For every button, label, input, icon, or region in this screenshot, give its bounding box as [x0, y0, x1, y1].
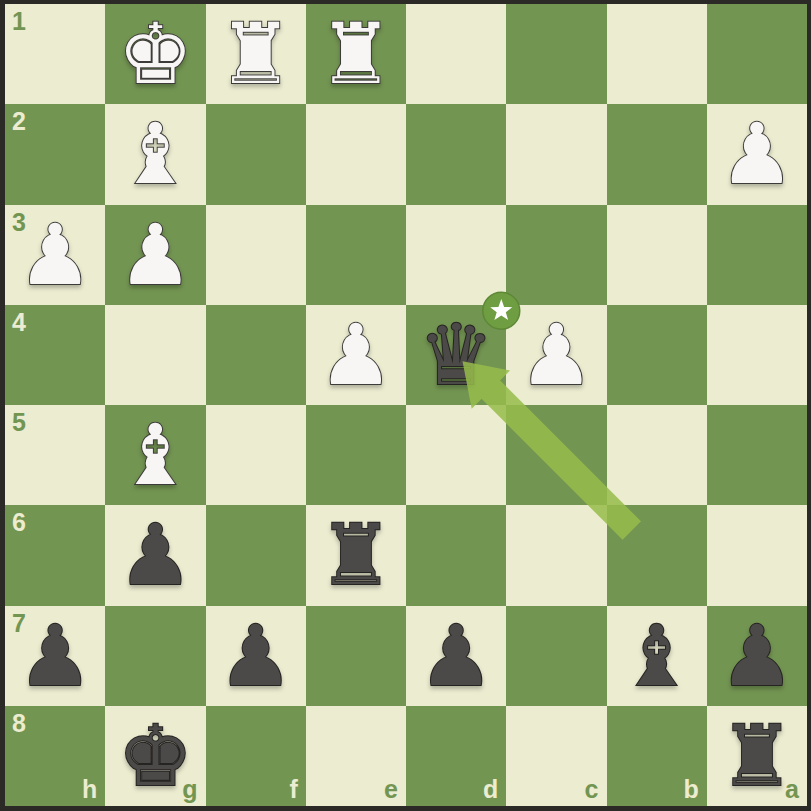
white-king[interactable]: ♚ [118, 12, 193, 96]
chess-board[interactable]: 1♚♜♜2♝♟3♟♟4♟♛♟5♝6♟♜7♟♟♟♝♟8hg♚fedcba♜ [5, 4, 807, 806]
square-g3[interactable]: ♟ [105, 205, 205, 305]
square-c1[interactable] [506, 4, 606, 104]
white-rook[interactable]: ♜ [218, 12, 293, 96]
white-bishop[interactable]: ♝ [118, 112, 193, 196]
square-g2[interactable]: ♝ [105, 104, 205, 204]
file-label-b: b [683, 777, 698, 802]
black-pawn[interactable]: ♟ [218, 614, 293, 698]
black-bishop[interactable]: ♝ [619, 614, 694, 698]
square-d3[interactable] [406, 205, 506, 305]
square-f3[interactable] [206, 205, 306, 305]
square-a5[interactable] [707, 405, 807, 505]
square-a2[interactable]: ♟ [707, 104, 807, 204]
square-e4[interactable]: ♟ [306, 305, 406, 405]
black-pawn[interactable]: ♟ [118, 513, 193, 597]
rank-label-3: 3 [12, 210, 26, 235]
file-label-c: c [585, 777, 599, 802]
square-g1[interactable]: ♚ [105, 4, 205, 104]
rank-label-7: 7 [12, 611, 26, 636]
square-d4[interactable]: ♛ [406, 305, 506, 405]
square-b5[interactable] [607, 405, 707, 505]
square-b8[interactable]: b [607, 706, 707, 806]
square-h5[interactable]: 5 [5, 405, 105, 505]
square-g5[interactable]: ♝ [105, 405, 205, 505]
square-c3[interactable] [506, 205, 606, 305]
rank-label-8: 8 [12, 711, 26, 736]
black-rook[interactable]: ♜ [719, 714, 794, 798]
square-a4[interactable] [707, 305, 807, 405]
square-e3[interactable] [306, 205, 406, 305]
square-a6[interactable] [707, 505, 807, 605]
square-g4[interactable] [105, 305, 205, 405]
square-b7[interactable]: ♝ [607, 606, 707, 706]
square-b1[interactable] [607, 4, 707, 104]
square-h4[interactable]: 4 [5, 305, 105, 405]
square-b2[interactable] [607, 104, 707, 204]
black-pawn[interactable]: ♟ [17, 614, 92, 698]
rank-label-4: 4 [12, 310, 26, 335]
square-g6[interactable]: ♟ [105, 505, 205, 605]
square-a1[interactable] [707, 4, 807, 104]
square-c2[interactable] [506, 104, 606, 204]
file-label-f: f [289, 777, 297, 802]
black-pawn[interactable]: ♟ [719, 614, 794, 698]
black-rook[interactable]: ♜ [318, 513, 393, 597]
rank-label-1: 1 [12, 9, 26, 34]
square-c7[interactable] [506, 606, 606, 706]
white-pawn[interactable]: ♟ [318, 313, 393, 397]
square-b4[interactable] [607, 305, 707, 405]
square-f5[interactable] [206, 405, 306, 505]
file-label-e: e [384, 777, 398, 802]
square-c8[interactable]: c [506, 706, 606, 806]
square-g8[interactable]: g♚ [105, 706, 205, 806]
square-e7[interactable] [306, 606, 406, 706]
black-pawn[interactable]: ♟ [418, 614, 493, 698]
rank-label-6: 6 [12, 510, 26, 535]
square-f4[interactable] [206, 305, 306, 405]
square-a8[interactable]: a♜ [707, 706, 807, 806]
file-label-a: a [785, 777, 799, 802]
square-d6[interactable] [406, 505, 506, 605]
file-label-d: d [483, 777, 498, 802]
square-d7[interactable]: ♟ [406, 606, 506, 706]
square-f1[interactable]: ♜ [206, 4, 306, 104]
square-b6[interactable] [607, 505, 707, 605]
square-f6[interactable] [206, 505, 306, 605]
file-label-g: g [182, 777, 197, 802]
square-e5[interactable] [306, 405, 406, 505]
white-bishop[interactable]: ♝ [118, 413, 193, 497]
file-label-h: h [82, 777, 97, 802]
square-f7[interactable]: ♟ [206, 606, 306, 706]
white-pawn[interactable]: ♟ [719, 112, 794, 196]
square-h3[interactable]: 3♟ [5, 205, 105, 305]
square-h6[interactable]: 6 [5, 505, 105, 605]
chess-board-frame: 1♚♜♜2♝♟3♟♟4♟♛♟5♝6♟♜7♟♟♟♝♟8hg♚fedcba♜ [0, 0, 811, 811]
square-h2[interactable]: 2 [5, 104, 105, 204]
square-c4[interactable]: ♟ [506, 305, 606, 405]
black-queen[interactable]: ♛ [418, 313, 493, 397]
square-h1[interactable]: 1 [5, 4, 105, 104]
square-h8[interactable]: 8h [5, 706, 105, 806]
square-c5[interactable] [506, 405, 606, 505]
rank-label-5: 5 [12, 410, 26, 435]
square-d8[interactable]: d [406, 706, 506, 806]
square-d1[interactable] [406, 4, 506, 104]
square-g7[interactable] [105, 606, 205, 706]
square-e6[interactable]: ♜ [306, 505, 406, 605]
square-a7[interactable]: ♟ [707, 606, 807, 706]
square-d5[interactable] [406, 405, 506, 505]
square-d2[interactable] [406, 104, 506, 204]
rank-label-2: 2 [12, 109, 26, 134]
white-pawn[interactable]: ♟ [519, 313, 594, 397]
square-c6[interactable] [506, 505, 606, 605]
square-e1[interactable]: ♜ [306, 4, 406, 104]
white-pawn[interactable]: ♟ [17, 213, 92, 297]
square-a3[interactable] [707, 205, 807, 305]
white-rook[interactable]: ♜ [318, 12, 393, 96]
square-e8[interactable]: e [306, 706, 406, 806]
white-pawn[interactable]: ♟ [118, 213, 193, 297]
square-f2[interactable] [206, 104, 306, 204]
square-f8[interactable]: f [206, 706, 306, 806]
square-b3[interactable] [607, 205, 707, 305]
square-e2[interactable] [306, 104, 406, 204]
square-h7[interactable]: 7♟ [5, 606, 105, 706]
